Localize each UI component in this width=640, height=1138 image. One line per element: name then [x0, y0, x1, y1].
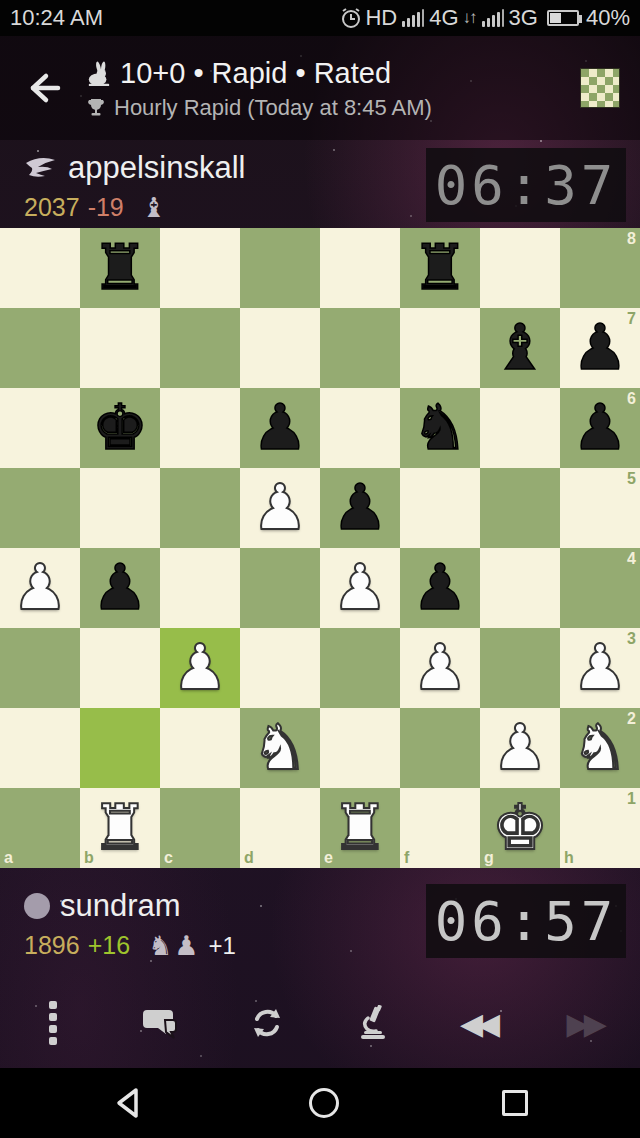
square-b2[interactable]	[80, 708, 160, 788]
square-e2[interactable]	[320, 708, 400, 788]
square-f7[interactable]	[400, 308, 480, 388]
square-h2[interactable]: ♞2	[560, 708, 640, 788]
player-bottom-clock: 06:57	[426, 884, 626, 958]
square-h6[interactable]: ♟6	[560, 388, 640, 468]
piece-wN-d2[interactable]: ♞	[240, 708, 320, 788]
square-f1[interactable]: f	[400, 788, 480, 868]
rewind-button[interactable]: ◀◀	[427, 978, 534, 1068]
square-f6[interactable]: ♞	[400, 388, 480, 468]
piece-wP-g2[interactable]: ♟	[480, 708, 560, 788]
game-toolbar: ◀◀ ▶▶	[0, 978, 640, 1068]
player-top-name[interactable]: appelsinskall	[68, 150, 246, 186]
square-c2[interactable]	[160, 708, 240, 788]
square-g8[interactable]	[480, 228, 560, 308]
coord-rank-1: 1	[627, 790, 636, 808]
piece-wP-c3[interactable]: ♟	[160, 628, 240, 708]
piece-bK-b6[interactable]: ♚	[80, 388, 160, 468]
piece-bB-g7[interactable]: ♝	[480, 308, 560, 388]
square-a2[interactable]	[0, 708, 80, 788]
coord-file-g: g	[484, 849, 494, 867]
kebab-menu-icon	[49, 1001, 57, 1045]
chat-button[interactable]	[107, 978, 214, 1068]
square-g1[interactable]: ♚g	[480, 788, 560, 868]
mini-board-thumbnail-icon[interactable]	[580, 68, 620, 108]
coord-file-f: f	[404, 849, 409, 867]
phone-screen: 10:24 AM HD 4G ↓↑ 3G 40%	[0, 0, 640, 1138]
battery-icon	[547, 10, 579, 26]
alarm-clock-icon	[340, 7, 362, 29]
piece-wP-f3[interactable]: ♟	[400, 628, 480, 708]
chat-bubbles-icon	[141, 1006, 179, 1040]
square-f5[interactable]	[400, 468, 480, 548]
square-c7[interactable]	[160, 308, 240, 388]
square-g7[interactable]: ♝	[480, 308, 560, 388]
square-h3[interactable]: ♟3	[560, 628, 640, 708]
piece-wP-a4[interactable]: ♟	[0, 548, 80, 628]
trophy-icon	[86, 97, 106, 119]
hd-label: HD	[365, 5, 397, 31]
square-d1[interactable]: d	[240, 788, 320, 868]
square-d5[interactable]: ♟	[240, 468, 320, 548]
square-b5[interactable]	[80, 468, 160, 548]
tournament-subtitle: Hourly Rapid (Today at 8:45 AM)	[114, 95, 432, 121]
player-bottom-material-advantage: +1	[208, 932, 235, 960]
square-a8[interactable]	[0, 228, 80, 308]
fast-forward-icon: ▶▶	[567, 1006, 607, 1041]
square-e6[interactable]	[320, 388, 400, 468]
data-transfer-arrows-icon: ↓↑	[463, 8, 476, 28]
square-e1[interactable]: ♜e	[320, 788, 400, 868]
square-c4[interactable]	[160, 548, 240, 628]
square-a5[interactable]	[0, 468, 80, 548]
piece-bR-b8[interactable]: ♜	[80, 228, 160, 308]
status-time: 10:24 AM	[10, 5, 103, 31]
coord-file-e: e	[324, 849, 333, 867]
square-h5[interactable]: 5	[560, 468, 640, 548]
square-e3[interactable]	[320, 628, 400, 708]
player-bottom-captured-material: ♞♟	[148, 930, 200, 961]
square-c1[interactable]: c	[160, 788, 240, 868]
android-status-bar: 10:24 AM HD 4G ↓↑ 3G 40%	[0, 0, 640, 36]
square-e4[interactable]: ♟	[320, 548, 400, 628]
player-bottom-name[interactable]: sundram	[60, 888, 181, 924]
square-h7[interactable]: ♟7	[560, 308, 640, 388]
square-b3[interactable]	[80, 628, 160, 708]
chess-board[interactable]: ♜♜8♝♟7♚♟♞♟6♟♟5♟♟♟♟4♟♟♟3♞♟♞2a♜bcd♜ef♚g1h	[0, 228, 640, 868]
square-b7[interactable]	[80, 308, 160, 388]
player-bottom-rating: 1896	[24, 931, 80, 960]
square-h1[interactable]: 1h	[560, 788, 640, 868]
square-e7[interactable]	[320, 308, 400, 388]
network-4g-label: 4G	[429, 5, 458, 31]
player-top-rating-change: -19	[88, 193, 124, 222]
piece-wP-e4[interactable]: ♟	[320, 548, 400, 628]
menu-kebab-button[interactable]	[0, 978, 107, 1068]
square-a3[interactable]	[0, 628, 80, 708]
square-c6[interactable]	[160, 388, 240, 468]
coord-file-a: a	[4, 849, 13, 867]
square-d8[interactable]	[240, 228, 320, 308]
square-h4[interactable]: 4	[560, 548, 640, 628]
square-e5[interactable]: ♟	[320, 468, 400, 548]
coord-rank-8: 8	[627, 230, 636, 248]
square-a4[interactable]: ♟	[0, 548, 80, 628]
square-e8[interactable]	[320, 228, 400, 308]
square-b4[interactable]: ♟	[80, 548, 160, 628]
player-bottom-panel: sundram 1896 +16 ♞♟ +1 06:57	[0, 868, 640, 978]
network-3g-label: 3G	[509, 5, 538, 31]
flip-board-icon	[249, 1005, 285, 1041]
forward-button[interactable]: ▶▶	[533, 978, 640, 1068]
battery-percent: 40%	[586, 5, 630, 31]
square-g2[interactable]: ♟	[480, 708, 560, 788]
game-header: 10+0 • Rapid • Rated Hourly Rapid (Today…	[0, 36, 640, 140]
square-h8[interactable]: 8	[560, 228, 640, 308]
player-top-rating: 2037	[24, 193, 80, 222]
coord-file-h: h	[564, 849, 574, 867]
square-b1[interactable]: ♜b	[80, 788, 160, 868]
coord-file-d: d	[244, 849, 254, 867]
android-nav-bar	[0, 1068, 640, 1138]
coord-rank-7: 7	[627, 310, 636, 328]
square-f2[interactable]	[400, 708, 480, 788]
piece-bP-b4[interactable]: ♟	[80, 548, 160, 628]
square-d7[interactable]	[240, 308, 320, 388]
piece-bP-e5[interactable]: ♟	[320, 468, 400, 548]
square-f4[interactable]: ♟	[400, 548, 480, 628]
coord-rank-6: 6	[627, 390, 636, 408]
square-d6[interactable]: ♟	[240, 388, 320, 468]
square-g6[interactable]	[480, 388, 560, 468]
square-f3[interactable]: ♟	[400, 628, 480, 708]
square-a6[interactable]	[0, 388, 80, 468]
player-top-clock: 06:37	[426, 148, 626, 222]
square-f8[interactable]: ♜	[400, 228, 480, 308]
piece-bN-f6[interactable]: ♞	[400, 388, 480, 468]
android-back-button[interactable]	[112, 1086, 146, 1120]
coord-rank-4: 4	[627, 550, 636, 568]
android-home-button[interactable]	[309, 1088, 339, 1118]
square-d2[interactable]: ♞	[240, 708, 320, 788]
square-b6[interactable]: ♚	[80, 388, 160, 468]
signal-bars-icon-2	[482, 9, 504, 27]
microscope-icon	[355, 1005, 391, 1041]
piece-bP-d6[interactable]: ♟	[240, 388, 320, 468]
square-g4[interactable]	[480, 548, 560, 628]
online-status-icon	[24, 893, 50, 919]
coord-rank-2: 2	[627, 710, 636, 728]
square-c3[interactable]: ♟	[160, 628, 240, 708]
square-a7[interactable]	[0, 308, 80, 388]
square-d4[interactable]	[240, 548, 320, 628]
back-button[interactable]	[0, 65, 86, 111]
game-title: 10+0 • Rapid • Rated	[120, 57, 391, 90]
analysis-button[interactable]	[320, 978, 427, 1068]
player-top-captured-material: ♝	[142, 192, 168, 223]
square-g5[interactable]	[480, 468, 560, 548]
rewind-icon: ◀◀	[460, 1006, 500, 1041]
piece-bP-f4[interactable]: ♟	[400, 548, 480, 628]
coord-file-b: b	[84, 849, 94, 867]
player-bottom-rating-change: +16	[88, 931, 130, 960]
square-a1[interactable]: a	[0, 788, 80, 868]
player-top-panel: appelsinskall 2037 -19 ♝ 06:37	[0, 140, 640, 228]
square-b8[interactable]: ♜	[80, 228, 160, 308]
coord-rank-5: 5	[627, 470, 636, 488]
square-c8[interactable]	[160, 228, 240, 308]
rapid-rabbit-icon	[86, 61, 112, 87]
piece-bR-f8[interactable]: ♜	[400, 228, 480, 308]
patron-wing-icon	[24, 154, 58, 182]
square-d3[interactable]	[240, 628, 320, 708]
coord-rank-3: 3	[627, 630, 636, 648]
square-g3[interactable]	[480, 628, 560, 708]
signal-bars-icon	[402, 9, 424, 27]
flip-board-button[interactable]	[213, 978, 320, 1068]
android-recents-button[interactable]	[502, 1090, 528, 1116]
square-c5[interactable]	[160, 468, 240, 548]
coord-file-c: c	[164, 849, 173, 867]
piece-wP-d5[interactable]: ♟	[240, 468, 320, 548]
